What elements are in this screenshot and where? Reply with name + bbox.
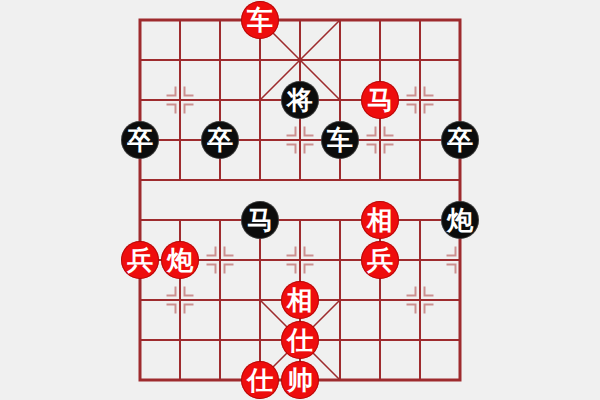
piece-red-elephant[interactable]: 相	[361, 201, 399, 239]
xiangqi-position: 车马相兵炮兵相仕仕帅将车卒卒卒马炮	[0, 0, 600, 400]
piece-black-horse[interactable]: 马	[241, 201, 279, 239]
piece-red-soldier[interactable]: 兵	[361, 241, 399, 279]
piece-red-chariot[interactable]: 车	[241, 1, 279, 39]
piece-red-cannon[interactable]: 炮	[161, 241, 199, 279]
piece-black-soldier[interactable]: 卒	[201, 121, 239, 159]
piece-red-soldier[interactable]: 兵	[121, 241, 159, 279]
piece-black-soldier[interactable]: 卒	[121, 121, 159, 159]
xiangqi-board[interactable]: 车马相兵炮兵相仕仕帅将车卒卒卒马炮	[120, 0, 480, 400]
piece-red-advisor[interactable]: 仕	[241, 361, 279, 399]
piece-red-horse[interactable]: 马	[361, 81, 399, 119]
piece-red-general[interactable]: 帅	[281, 361, 319, 399]
piece-black-soldier[interactable]: 卒	[441, 121, 479, 159]
piece-red-advisor[interactable]: 仕	[281, 321, 319, 359]
piece-black-general[interactable]: 将	[281, 81, 319, 119]
piece-black-chariot[interactable]: 车	[321, 121, 359, 159]
piece-red-elephant[interactable]: 相	[281, 281, 319, 319]
piece-black-cannon[interactable]: 炮	[441, 201, 479, 239]
